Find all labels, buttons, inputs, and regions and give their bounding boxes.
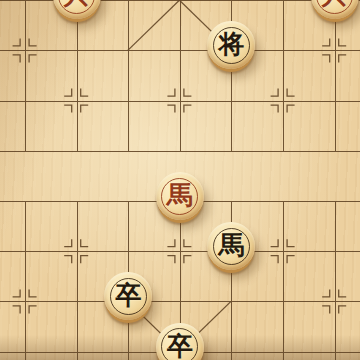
red-piece-character: 兵 — [322, 0, 348, 7]
black-piece-character: 卒 — [167, 333, 193, 359]
black-piece-character: 卒 — [115, 282, 141, 308]
black-horse-piece[interactable]: 馬 — [207, 222, 255, 270]
board-surface[interactable]: 兵兵将馬馬卒卒 — [0, 0, 360, 360]
red-horse-piece[interactable]: 馬 — [156, 172, 204, 220]
black-piece-character: 馬 — [218, 232, 244, 258]
black-soldier-bottom-piece[interactable]: 卒 — [156, 323, 204, 360]
black-piece-character: 将 — [218, 31, 244, 57]
red-soldier-top-right-piece[interactable]: 兵 — [311, 0, 359, 19]
red-soldier-top-left-piece[interactable]: 兵 — [53, 0, 101, 19]
pieces-layer: 兵兵将馬馬卒卒 — [0, 0, 360, 360]
red-piece-character: 馬 — [167, 182, 193, 208]
black-soldier-left-piece[interactable]: 卒 — [104, 272, 152, 320]
black-general-piece[interactable]: 将 — [207, 21, 255, 69]
red-piece-character: 兵 — [64, 0, 90, 7]
xiangqi-board: 兵兵将馬馬卒卒 — [0, 0, 360, 360]
